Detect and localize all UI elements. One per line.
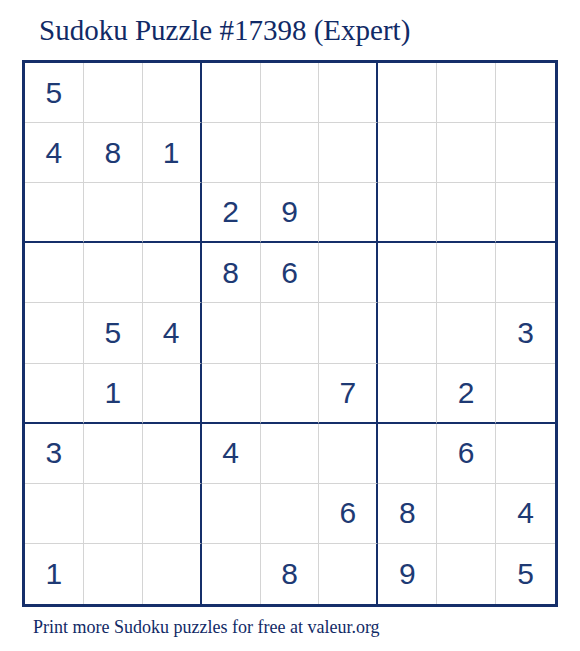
cell-r8c3	[143, 484, 202, 544]
cell-r5c6	[319, 303, 378, 363]
cell-r7c9	[496, 424, 555, 484]
cell-r2c1: 4	[25, 123, 84, 183]
cell-r7c4: 4	[202, 424, 261, 484]
cell-r8c6: 6	[319, 484, 378, 544]
cell-r3c5: 9	[261, 183, 320, 243]
cell-r5c3: 4	[143, 303, 202, 363]
cell-r7c6	[319, 424, 378, 484]
cell-r1c5	[261, 63, 320, 123]
sudoku-page: Sudoku Puzzle #17398 (Expert) 5481298654…	[0, 0, 580, 651]
cell-r6c5	[261, 364, 320, 424]
cell-r4c9	[496, 243, 555, 303]
cell-r8c4	[202, 484, 261, 544]
cell-r1c8	[437, 63, 496, 123]
cell-r4c6	[319, 243, 378, 303]
cell-r9c5: 8	[261, 544, 320, 604]
cell-r9c4	[202, 544, 261, 604]
cell-r6c8: 2	[437, 364, 496, 424]
cell-r9c9: 5	[496, 544, 555, 604]
cell-r9c2	[84, 544, 143, 604]
cell-r3c2	[84, 183, 143, 243]
cell-r2c7	[378, 123, 437, 183]
cell-r4c8	[437, 243, 496, 303]
cell-r2c2: 8	[84, 123, 143, 183]
cell-r1c9	[496, 63, 555, 123]
cell-r7c5	[261, 424, 320, 484]
cell-r9c1: 1	[25, 544, 84, 604]
cell-r6c3	[143, 364, 202, 424]
cell-r8c5	[261, 484, 320, 544]
cell-r5c8	[437, 303, 496, 363]
cell-r2c5	[261, 123, 320, 183]
cell-r1c6	[319, 63, 378, 123]
sudoku-board: 548129865431723466841895	[22, 60, 558, 607]
cell-r7c3	[143, 424, 202, 484]
cell-r6c4	[202, 364, 261, 424]
cell-r3c3	[143, 183, 202, 243]
puzzle-title: Sudoku Puzzle #17398 (Expert)	[39, 14, 410, 47]
cell-r5c9: 3	[496, 303, 555, 363]
cell-r9c8	[437, 544, 496, 604]
cell-r8c9: 4	[496, 484, 555, 544]
cell-r1c3	[143, 63, 202, 123]
cell-r6c7	[378, 364, 437, 424]
cell-r7c8: 6	[437, 424, 496, 484]
cell-r1c1: 5	[25, 63, 84, 123]
cell-r4c4: 8	[202, 243, 261, 303]
cell-r9c3	[143, 544, 202, 604]
cell-r4c5: 6	[261, 243, 320, 303]
cell-r4c2	[84, 243, 143, 303]
cell-r3c1	[25, 183, 84, 243]
cell-r6c6: 7	[319, 364, 378, 424]
cell-r4c7	[378, 243, 437, 303]
cell-r3c6	[319, 183, 378, 243]
cell-r5c7	[378, 303, 437, 363]
cell-r9c6	[319, 544, 378, 604]
cell-r3c9	[496, 183, 555, 243]
cell-r5c4	[202, 303, 261, 363]
cell-r8c7: 8	[378, 484, 437, 544]
cell-r5c1	[25, 303, 84, 363]
cell-r2c8	[437, 123, 496, 183]
cell-r1c4	[202, 63, 261, 123]
cell-r7c7	[378, 424, 437, 484]
cell-r3c8	[437, 183, 496, 243]
cell-r9c7: 9	[378, 544, 437, 604]
cell-r2c3: 1	[143, 123, 202, 183]
cell-r8c2	[84, 484, 143, 544]
cell-r1c2	[84, 63, 143, 123]
cell-r2c4	[202, 123, 261, 183]
footer-text: Print more Sudoku puzzles for free at va…	[33, 617, 380, 638]
cell-r2c6	[319, 123, 378, 183]
cell-r6c1	[25, 364, 84, 424]
cell-r5c2: 5	[84, 303, 143, 363]
cell-r7c2	[84, 424, 143, 484]
cell-r6c2: 1	[84, 364, 143, 424]
cell-r4c3	[143, 243, 202, 303]
cell-r1c7	[378, 63, 437, 123]
cell-r8c1	[25, 484, 84, 544]
cell-r8c8	[437, 484, 496, 544]
cell-r3c4: 2	[202, 183, 261, 243]
cell-r2c9	[496, 123, 555, 183]
cell-r3c7	[378, 183, 437, 243]
cell-r4c1	[25, 243, 84, 303]
cell-r7c1: 3	[25, 424, 84, 484]
cell-r5c5	[261, 303, 320, 363]
cell-r6c9	[496, 364, 555, 424]
